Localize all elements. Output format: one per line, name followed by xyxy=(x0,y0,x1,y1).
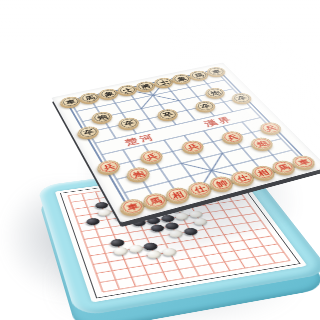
river-text-han: 漢界 xyxy=(201,115,236,129)
xiangqi-piece-red-P[interactable]: 兵 xyxy=(95,158,123,175)
river-text-chu: 楚河 xyxy=(121,132,157,147)
xiangqi-piece-red-N[interactable]: 馬 xyxy=(269,159,299,176)
xiangqi-piece-red-B[interactable]: 相 xyxy=(248,164,278,181)
xiangqi-piece-red-R[interactable]: 車 xyxy=(289,154,319,170)
xiangqi-piece-red-P[interactable]: 兵 xyxy=(219,130,247,145)
xiangqi-piece-red-N[interactable]: 馬 xyxy=(141,191,171,210)
xiangqi-piece-red-P[interactable]: 兵 xyxy=(179,139,207,155)
xiangqi-board-3d: 楚河漢界 車馬象士將士象馬車炮炮卒卒卒卒卒兵兵兵兵兵炮炮車馬相仕帥仕相馬車 xyxy=(51,63,320,223)
xiangqi-piece-red-K[interactable]: 帥 xyxy=(207,175,237,193)
xiangqi-piece-red-P[interactable]: 兵 xyxy=(138,149,166,165)
photo-white-fade-top xyxy=(0,0,320,46)
xiangqi-piece-red-C[interactable]: 炮 xyxy=(248,136,276,151)
product-photo-scene: 楚河漢界 車馬象士將士象馬車炮炮卒卒卒卒卒兵兵兵兵兵炮炮車馬相仕帥仕相馬車 xyxy=(0,0,320,320)
xiangqi-piece-red-B[interactable]: 相 xyxy=(163,186,193,205)
xiangqi-piece-red-C[interactable]: 炮 xyxy=(124,165,153,182)
xiangqi-piece-red-R[interactable]: 車 xyxy=(118,197,148,216)
xiangqi-piece-red-A[interactable]: 仕 xyxy=(185,180,215,198)
xiangqi-piece-red-A[interactable]: 仕 xyxy=(228,169,258,187)
